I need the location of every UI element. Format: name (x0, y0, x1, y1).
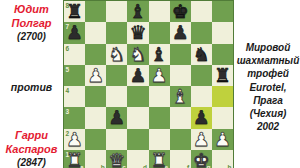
square-c2[interactable] (106, 129, 127, 150)
event-caption: Мировой шахматный трофей Eurotel, Прага … (236, 41, 300, 133)
square-e1[interactable]: e♜ (149, 150, 170, 168)
square-f3[interactable] (170, 107, 191, 128)
square-d2[interactable] (127, 129, 148, 150)
square-f7[interactable]: ♟ (170, 22, 191, 43)
square-c7[interactable] (106, 22, 127, 43)
square-a3[interactable]: 3 (64, 107, 85, 128)
square-h5[interactable]: ♜ (212, 65, 233, 86)
square-a2[interactable]: 2♟ (64, 129, 85, 150)
square-f1[interactable]: f (170, 150, 191, 168)
square-d4[interactable] (127, 86, 148, 107)
square-h8[interactable] (212, 1, 233, 22)
square-f5[interactable] (170, 65, 191, 86)
square-b2[interactable] (85, 129, 106, 150)
file-label-f: f (187, 164, 189, 168)
rank-label-3: 3 (66, 108, 70, 115)
black-player-last-name: Полгар (0, 16, 63, 30)
piece-black-queen[interactable]: ♛ (129, 23, 146, 42)
square-h7[interactable] (212, 22, 233, 43)
square-g8[interactable] (191, 1, 212, 22)
piece-black-pawn[interactable]: ♟ (108, 108, 125, 127)
piece-black-pawn[interactable]: ♟ (172, 23, 189, 42)
event-line: шахматный (236, 54, 300, 67)
square-d6[interactable]: ♞ (127, 44, 148, 65)
piece-white-pawn[interactable]: ♟ (151, 65, 168, 84)
square-g2[interactable]: ♟ (191, 129, 212, 150)
versus-label: против (0, 80, 63, 94)
square-d5[interactable]: ♟ (127, 65, 148, 86)
piece-white-bishop[interactable]: ♝ (172, 87, 189, 106)
piece-black-bishop[interactable]: ♝ (129, 2, 146, 21)
piece-white-pawn[interactable]: ♟ (66, 129, 83, 148)
square-g5[interactable] (191, 65, 212, 86)
event-line: 2002 (236, 120, 300, 133)
event-line: Мировой (236, 41, 300, 54)
square-b6[interactable] (85, 44, 106, 65)
square-e7[interactable] (149, 22, 170, 43)
square-a6[interactable]: 6 (64, 44, 85, 65)
piece-white-king[interactable]: ♚ (193, 150, 210, 168)
square-c8[interactable] (106, 1, 127, 22)
square-h6[interactable] (212, 44, 233, 65)
piece-white-rook[interactable]: ♜ (66, 150, 83, 168)
square-a5[interactable]: 5 (64, 65, 85, 86)
black-player-rating: (2700) (0, 30, 63, 44)
piece-white-pawn[interactable]: ♟ (193, 129, 210, 148)
square-f8[interactable]: ♚ (170, 1, 191, 22)
rank-label-4: 4 (66, 87, 70, 94)
square-g4[interactable] (191, 86, 212, 107)
square-h2[interactable]: ♟ (212, 129, 233, 150)
square-d1[interactable]: d (127, 150, 148, 168)
square-h4[interactable] (212, 86, 233, 107)
event-line: трофей (236, 67, 300, 80)
file-label-h: h (228, 164, 232, 168)
square-c5[interactable] (106, 65, 127, 86)
piece-white-knight[interactable]: ♞ (108, 44, 125, 63)
black-player-first-name: Юдит (0, 2, 63, 16)
square-b8[interactable] (85, 1, 106, 22)
piece-black-king[interactable]: ♚ (172, 2, 189, 21)
square-a7[interactable]: 7♟ (64, 22, 85, 43)
square-d7[interactable]: ♛ (127, 22, 148, 43)
piece-white-rook[interactable]: ♜ (151, 150, 168, 168)
piece-white-pawn[interactable]: ♟ (87, 65, 104, 84)
square-a1[interactable]: 1a♜ (64, 150, 85, 168)
square-f4[interactable]: ♝ (170, 86, 191, 107)
piece-black-rook[interactable]: ♜ (66, 2, 83, 21)
square-b5[interactable]: ♟ (85, 65, 106, 86)
square-g6[interactable]: ♞ (191, 44, 212, 65)
piece-black-pawn[interactable]: ♟ (129, 65, 146, 84)
page: Юдит Полгар (2700) против Гарри Каспаров… (0, 0, 300, 168)
square-e5[interactable]: ♟ (149, 65, 170, 86)
square-a4[interactable]: 4 (64, 86, 85, 107)
file-label-d: d (143, 164, 147, 168)
black-player-caption: Юдит Полгар (2700) (0, 2, 63, 44)
white-player-caption: Гарри Каспаров (2847) (0, 128, 63, 168)
square-g7[interactable] (191, 22, 212, 43)
square-h1[interactable]: h (212, 150, 233, 168)
piece-black-pawn[interactable]: ♟ (66, 23, 83, 42)
white-player-last-name: Каспаров (0, 142, 63, 156)
rank-label-6: 6 (66, 45, 70, 52)
square-d3[interactable] (127, 107, 148, 128)
square-h3[interactable] (212, 107, 233, 128)
square-e3[interactable] (149, 107, 170, 128)
event-line: Прага (236, 94, 300, 107)
square-g3[interactable]: ♟ (191, 107, 212, 128)
piece-black-bishop[interactable]: ♝ (151, 44, 168, 63)
white-player-first-name: Гарри (0, 128, 63, 142)
square-c6[interactable]: ♞ (106, 44, 127, 65)
square-c3[interactable]: ♟ (106, 107, 127, 128)
square-e2[interactable] (149, 129, 170, 150)
square-e6[interactable]: ♝ (149, 44, 170, 65)
square-d8[interactable]: ♝ (127, 1, 148, 22)
square-b1[interactable]: b (85, 150, 106, 168)
square-f6[interactable] (170, 44, 191, 65)
white-player-rating: (2847) (0, 156, 63, 168)
square-g1[interactable]: g♚ (191, 150, 212, 168)
file-label-b: b (101, 164, 105, 168)
piece-black-knight[interactable]: ♞ (193, 44, 210, 63)
square-a8[interactable]: 8♜ (64, 1, 85, 22)
square-c1[interactable]: c♛ (106, 150, 127, 168)
piece-black-rook[interactable]: ♜ (214, 65, 231, 84)
piece-white-pawn[interactable]: ♟ (214, 129, 231, 148)
square-b7[interactable] (85, 22, 106, 43)
event-line: (Чехия) (236, 107, 300, 120)
piece-white-queen[interactable]: ♛ (108, 150, 125, 168)
piece-white-knight[interactable]: ♞ (129, 44, 146, 63)
square-e8[interactable] (149, 1, 170, 22)
rank-label-5: 5 (66, 66, 70, 73)
square-b3[interactable] (85, 107, 106, 128)
piece-black-pawn[interactable]: ♟ (193, 108, 210, 127)
event-line: Eurotel, (236, 81, 300, 94)
square-f2[interactable] (170, 129, 191, 150)
square-e4[interactable] (149, 86, 170, 107)
square-b4[interactable] (85, 86, 106, 107)
square-c4[interactable] (106, 86, 127, 107)
chess-board: 8♜♝♚7♟♛♟6♞♞♝♞5♟♟♟♜4♝3♟♟2♟♟♟1a♜bc♛de♜fg♚h (63, 0, 234, 168)
